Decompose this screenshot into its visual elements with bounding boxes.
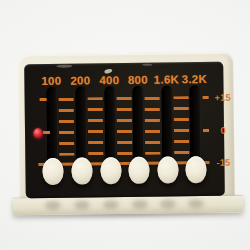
slider-knob-1_6k bbox=[157, 156, 178, 183]
knob-shadow bbox=[160, 199, 176, 208]
scale-tick-rungs bbox=[145, 97, 161, 155]
left-tick-zero bbox=[43, 131, 50, 134]
knob-shadow bbox=[188, 199, 204, 208]
scale-label-zero: 0 bbox=[209, 124, 237, 137]
scale-label-plus15: +15 bbox=[209, 91, 237, 104]
scuff-mark bbox=[142, 64, 152, 66]
band-label-100: 100 bbox=[41, 75, 61, 87]
power-led-indicator bbox=[33, 128, 43, 139]
photo-background: 100 200 400 800 1.6K 3.2K bbox=[0, 0, 250, 250]
left-tick-plus15 bbox=[40, 98, 47, 101]
knob-shadow bbox=[131, 200, 147, 209]
equalizer-device: 100 200 400 800 1.6K 3.2K bbox=[0, 0, 250, 250]
slider-knob-3_2k bbox=[185, 156, 206, 183]
scale-tick-rungs bbox=[174, 96, 190, 154]
scale-tick-rungs bbox=[88, 97, 104, 155]
slider-knob-400 bbox=[100, 157, 121, 184]
equalizer-front-panel: 100 200 400 800 1.6K 3.2K bbox=[24, 62, 225, 198]
scuff-mark bbox=[56, 65, 72, 68]
knob-shadow bbox=[103, 200, 119, 209]
band-label-800: 800 bbox=[128, 74, 148, 86]
slider-knob-100 bbox=[42, 158, 63, 185]
slider-knob-800 bbox=[128, 157, 149, 184]
band-label-200: 200 bbox=[70, 74, 90, 86]
minus15-line bbox=[38, 161, 209, 166]
scale-tick-rungs bbox=[59, 98, 75, 156]
scale-label-minus15: -15 bbox=[209, 156, 237, 169]
band-label-1_6k: 1.6K bbox=[154, 73, 180, 85]
knob-shadow bbox=[74, 200, 90, 209]
scale-tick-rungs bbox=[117, 97, 133, 155]
band-label-3_2k: 3.2K bbox=[182, 73, 208, 85]
knob-shadow bbox=[45, 201, 61, 210]
slider-knob-200 bbox=[71, 157, 92, 184]
band-label-400: 400 bbox=[99, 74, 119, 86]
